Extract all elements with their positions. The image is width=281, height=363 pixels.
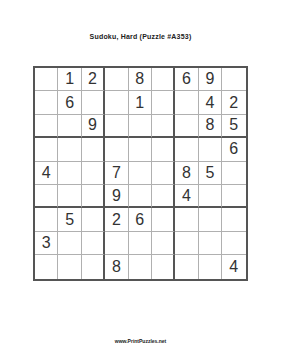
cell-r5c1: 4	[35, 162, 58, 185]
cell-r6c3[interactable]	[82, 185, 105, 208]
cell-r4c8[interactable]	[199, 138, 222, 161]
cell-r8c3[interactable]	[82, 232, 105, 255]
footer-url: www.PrintPuzzles.net	[0, 338, 281, 344]
cell-r6c9[interactable]	[222, 185, 245, 208]
cell-r9c5[interactable]	[129, 255, 152, 278]
cell-r6c1[interactable]	[35, 185, 58, 208]
cell-r2c8: 4	[199, 91, 222, 114]
cell-r9c9: 4	[222, 255, 245, 278]
cell-r3c6[interactable]	[152, 115, 175, 138]
cell-r4c9: 6	[222, 138, 245, 161]
cell-r5c5[interactable]	[129, 162, 152, 185]
cell-r7c2: 5	[58, 208, 81, 231]
cell-r1c1[interactable]	[35, 68, 58, 91]
cell-r3c3: 9	[82, 115, 105, 138]
cell-r4c3[interactable]	[82, 138, 105, 161]
cell-r4c6[interactable]	[152, 138, 175, 161]
cell-r4c4[interactable]	[105, 138, 128, 161]
cell-r6c7: 4	[175, 185, 198, 208]
cell-r6c5[interactable]	[129, 185, 152, 208]
cell-r2c5: 1	[129, 91, 152, 114]
cell-r8c7[interactable]	[175, 232, 198, 255]
cell-r2c4[interactable]	[105, 91, 128, 114]
sudoku-board: 1286961429856478594526384	[33, 66, 248, 281]
cell-r6c4: 9	[105, 185, 128, 208]
cell-r9c6[interactable]	[152, 255, 175, 278]
cell-r5c4: 7	[105, 162, 128, 185]
cell-r3c9: 5	[222, 115, 245, 138]
cell-r9c1[interactable]	[35, 255, 58, 278]
cell-r3c5[interactable]	[129, 115, 152, 138]
cell-r2c6[interactable]	[152, 91, 175, 114]
cell-r3c2[interactable]	[58, 115, 81, 138]
cell-r7c4: 2	[105, 208, 128, 231]
cell-r8c4[interactable]	[105, 232, 128, 255]
cell-r1c7: 6	[175, 68, 198, 91]
cell-r1c6[interactable]	[152, 68, 175, 91]
cell-r2c9: 2	[222, 91, 245, 114]
cell-r4c1[interactable]	[35, 138, 58, 161]
cell-r6c8[interactable]	[199, 185, 222, 208]
cell-r9c7[interactable]	[175, 255, 198, 278]
cell-r3c1[interactable]	[35, 115, 58, 138]
cell-r5c7: 8	[175, 162, 198, 185]
cell-r1c8: 9	[199, 68, 222, 91]
cell-r3c4[interactable]	[105, 115, 128, 138]
cell-r1c4[interactable]	[105, 68, 128, 91]
cell-r8c1: 3	[35, 232, 58, 255]
cell-r2c2: 6	[58, 91, 81, 114]
page-title: Sudoku, Hard (Puzzle #A353)	[0, 33, 281, 40]
cell-r1c2: 1	[58, 68, 81, 91]
cell-r8c9[interactable]	[222, 232, 245, 255]
cell-r5c6[interactable]	[152, 162, 175, 185]
cell-r6c2[interactable]	[58, 185, 81, 208]
cell-r5c2[interactable]	[58, 162, 81, 185]
cell-r7c7[interactable]	[175, 208, 198, 231]
cell-r2c1[interactable]	[35, 91, 58, 114]
cell-r1c5: 8	[129, 68, 152, 91]
cell-r2c7[interactable]	[175, 91, 198, 114]
cell-r3c7[interactable]	[175, 115, 198, 138]
cell-r9c2[interactable]	[58, 255, 81, 278]
cell-r1c3: 2	[82, 68, 105, 91]
cell-r7c3[interactable]	[82, 208, 105, 231]
cell-r4c7[interactable]	[175, 138, 198, 161]
cell-r1c9[interactable]	[222, 68, 245, 91]
cell-r6c6[interactable]	[152, 185, 175, 208]
cell-r3c8: 8	[199, 115, 222, 138]
cell-r8c5[interactable]	[129, 232, 152, 255]
cell-r7c6[interactable]	[152, 208, 175, 231]
cell-r7c1[interactable]	[35, 208, 58, 231]
cell-r7c9[interactable]	[222, 208, 245, 231]
cell-r8c6[interactable]	[152, 232, 175, 255]
cell-r9c8[interactable]	[199, 255, 222, 278]
cell-r7c5: 6	[129, 208, 152, 231]
cell-r5c8: 5	[199, 162, 222, 185]
cell-r4c2[interactable]	[58, 138, 81, 161]
cell-r9c4: 8	[105, 255, 128, 278]
cell-r7c8[interactable]	[199, 208, 222, 231]
cell-r5c9[interactable]	[222, 162, 245, 185]
cell-r8c2[interactable]	[58, 232, 81, 255]
cell-r9c3[interactable]	[82, 255, 105, 278]
cell-r5c3[interactable]	[82, 162, 105, 185]
cell-r8c8[interactable]	[199, 232, 222, 255]
cell-r2c3[interactable]	[82, 91, 105, 114]
cell-r4c5[interactable]	[129, 138, 152, 161]
